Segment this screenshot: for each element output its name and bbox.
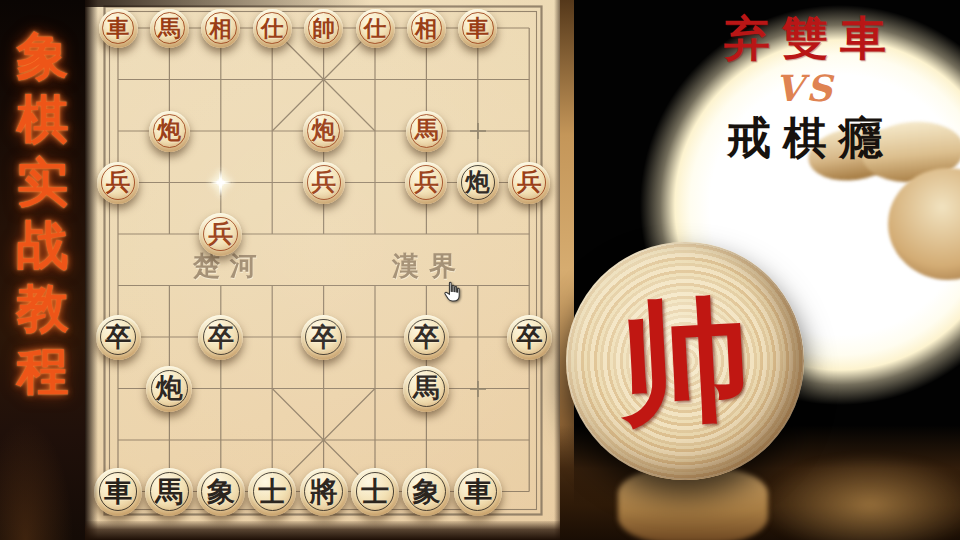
star-point-marker bbox=[470, 381, 486, 397]
piece-black-卒-f9r7[interactable]: 卒 bbox=[507, 315, 552, 360]
piece-red-兵-f7r4[interactable]: 兵 bbox=[405, 162, 447, 204]
piece-black-將-f5r10[interactable]: 將 bbox=[300, 468, 348, 516]
piece-black-卒-f3r7[interactable]: 卒 bbox=[198, 315, 243, 360]
xiangqi-board[interactable]: 楚河 漢界 車馬相仕帥仕相車炮炮馬兵兵兵炮兵兵卒卒卒卒卒炮馬車馬象士將士象車 bbox=[85, 0, 560, 540]
piece-black-卒-f5r7[interactable]: 卒 bbox=[301, 315, 346, 360]
piece-glyph: 卒 bbox=[105, 324, 131, 350]
piece-glyph: 炮 bbox=[158, 119, 182, 143]
piece-glyph: 兵 bbox=[106, 170, 130, 194]
piece-glyph: 相 bbox=[415, 17, 438, 40]
piece-glyph: 卒 bbox=[413, 324, 439, 350]
vertical-title-char: 程 bbox=[17, 345, 69, 397]
piece-black-車-f8r10[interactable]: 車 bbox=[454, 468, 502, 516]
piece-glyph: 炮 bbox=[466, 170, 490, 194]
piece-glyph: 仕 bbox=[364, 17, 387, 40]
piece-glyph: 仕 bbox=[261, 17, 284, 40]
piece-glyph: 相 bbox=[209, 17, 232, 40]
piece-glyph: 車 bbox=[466, 17, 489, 40]
piece-red-兵-f5r4[interactable]: 兵 bbox=[303, 162, 345, 204]
sparkle-core bbox=[216, 178, 225, 187]
piece-glyph: 將 bbox=[310, 478, 338, 506]
left-title-sidebar: 象 棋 实 战 教 程 bbox=[0, 0, 85, 540]
piece-red-仕-f6r1[interactable]: 仕 bbox=[356, 9, 395, 48]
piece-glyph: 卒 bbox=[208, 324, 234, 350]
large-general-piece: 帅 bbox=[566, 242, 804, 480]
piece-glyph: 士 bbox=[258, 478, 286, 506]
vertical-title: 象 棋 实 战 教 程 bbox=[0, 30, 85, 397]
piece-black-炮-f2r8[interactable]: 炮 bbox=[146, 366, 192, 412]
piece-glyph: 馬 bbox=[415, 119, 439, 143]
piece-glyph: 炮 bbox=[156, 375, 183, 402]
piece-red-車-f8r1[interactable]: 車 bbox=[458, 9, 497, 48]
general-glyph: 帅 bbox=[616, 292, 755, 431]
piece-black-卒-f1r7[interactable]: 卒 bbox=[96, 315, 141, 360]
river-label-han-jie: 漢界 bbox=[392, 248, 466, 284]
vertical-title-char: 象 bbox=[17, 30, 69, 82]
title-line-1: 弃雙車 bbox=[677, 12, 945, 65]
star-point-marker bbox=[470, 123, 486, 139]
piece-red-兵-f9r4[interactable]: 兵 bbox=[508, 162, 550, 204]
piece-black-士-f6r10[interactable]: 士 bbox=[351, 468, 399, 516]
board-top-shadow bbox=[85, 0, 370, 7]
piece-glyph: 車 bbox=[107, 17, 130, 40]
piece-glyph: 帥 bbox=[312, 17, 335, 40]
piece-red-馬-f7r3[interactable]: 馬 bbox=[406, 111, 447, 152]
vertical-title-char: 战 bbox=[17, 219, 69, 271]
piece-black-馬-f2r10[interactable]: 馬 bbox=[145, 468, 193, 516]
last-move-sparkle bbox=[207, 169, 235, 197]
piece-glyph: 卒 bbox=[311, 324, 337, 350]
piece-black-士-f4r10[interactable]: 士 bbox=[248, 468, 296, 516]
piece-red-仕-f4r1[interactable]: 仕 bbox=[253, 9, 292, 48]
piece-glyph: 馬 bbox=[155, 478, 183, 506]
board-left-shadow bbox=[85, 0, 98, 540]
right-photo-panel: 帅 弃雙車 VS 戒棋癮 bbox=[560, 0, 960, 540]
piece-glyph: 兵 bbox=[311, 170, 335, 194]
piece-glyph: 象 bbox=[412, 478, 440, 506]
piece-red-相-f3r1[interactable]: 相 bbox=[201, 9, 240, 48]
piece-red-炮-f2r3[interactable]: 炮 bbox=[149, 111, 190, 152]
piece-glyph: 馬 bbox=[413, 375, 440, 402]
vertical-title-char: 棋 bbox=[17, 93, 69, 145]
title-vs: VS bbox=[665, 65, 945, 112]
piece-red-兵-f3r5[interactable]: 兵 bbox=[199, 213, 242, 256]
title-block: 弃雙車 VS 戒棋癮 bbox=[665, 12, 945, 164]
piece-glyph: 卒 bbox=[516, 324, 542, 350]
piece-glyph: 象 bbox=[207, 478, 235, 506]
cursor-pointer bbox=[443, 281, 461, 303]
piece-black-象-f7r10[interactable]: 象 bbox=[402, 468, 450, 516]
piece-red-相-f7r1[interactable]: 相 bbox=[407, 9, 446, 48]
piece-black-炮-f8r4[interactable]: 炮 bbox=[457, 162, 499, 204]
piece-red-兵-f1r4[interactable]: 兵 bbox=[97, 162, 139, 204]
vertical-title-char: 实 bbox=[17, 156, 69, 208]
piece-glyph: 兵 bbox=[414, 170, 438, 194]
piece-glyph: 士 bbox=[361, 478, 389, 506]
video-frame: 象 棋 实 战 教 程 楚河 bbox=[0, 0, 960, 540]
piece-red-馬-f2r1[interactable]: 馬 bbox=[150, 9, 189, 48]
title-line-2: 戒棋癮 bbox=[677, 112, 945, 165]
piece-glyph: 車 bbox=[464, 478, 492, 506]
piece-black-象-f3r10[interactable]: 象 bbox=[197, 468, 245, 516]
piece-glyph: 車 bbox=[104, 478, 132, 506]
piece-red-炮-f5r3[interactable]: 炮 bbox=[303, 111, 344, 152]
piece-glyph: 兵 bbox=[208, 222, 233, 247]
board-grid-svg bbox=[85, 0, 560, 540]
piece-black-卒-f7r7[interactable]: 卒 bbox=[404, 315, 449, 360]
piece-glyph: 兵 bbox=[517, 170, 541, 194]
piece-black-車-f1r10[interactable]: 車 bbox=[94, 468, 142, 516]
piece-glyph: 馬 bbox=[158, 17, 181, 40]
board-bottom-wood-edge bbox=[85, 521, 560, 540]
vertical-title-char: 教 bbox=[17, 282, 69, 334]
piece-red-帥-f5r1[interactable]: 帥 bbox=[304, 9, 343, 48]
piece-glyph: 炮 bbox=[312, 119, 336, 143]
piece-red-車-f1r1[interactable]: 車 bbox=[99, 9, 138, 48]
piece-black-馬-f7r8[interactable]: 馬 bbox=[403, 366, 449, 412]
